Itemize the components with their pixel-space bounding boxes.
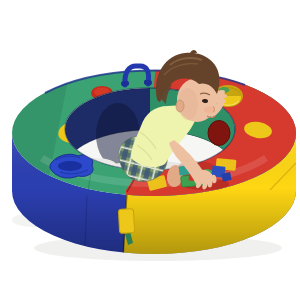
velcro-tab <box>118 209 134 234</box>
baby-cheek <box>204 107 214 114</box>
blue-pocket <box>50 154 93 178</box>
product-photo <box>0 0 300 300</box>
photo-canvas <box>0 0 300 300</box>
baby-ear <box>176 100 184 112</box>
